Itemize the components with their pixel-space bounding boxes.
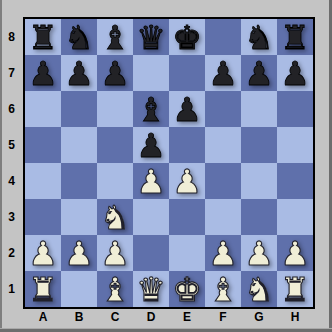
rank-label-2: 2 <box>0 235 23 271</box>
board: ♜♞♝♛♚♞♜♟♟♟♟♟♟♝♟♟♟♟♞♟♟♟♟♟♟♜♝♛♚♝♞♜ <box>25 19 313 307</box>
piece-black-pawn[interactable]: ♟ <box>133 127 169 163</box>
square-d6[interactable]: ♝ <box>133 91 169 127</box>
piece-black-rook[interactable]: ♜ <box>25 19 61 55</box>
piece-white-pawn[interactable]: ♟ <box>25 235 61 271</box>
square-f1[interactable]: ♝ <box>205 271 241 307</box>
rank-label-7: 7 <box>0 55 23 91</box>
file-label-d: D <box>133 308 169 328</box>
square-h5[interactable] <box>277 127 313 163</box>
square-h7[interactable]: ♟ <box>277 55 313 91</box>
board-frame: ♜♞♝♛♚♞♜♟♟♟♟♟♟♝♟♟♟♟♞♟♟♟♟♟♟♜♝♛♚♝♞♜ <box>23 17 315 309</box>
square-c7[interactable]: ♟ <box>97 55 133 91</box>
rank-label-8: 8 <box>0 19 23 55</box>
piece-black-bishop[interactable]: ♝ <box>97 19 133 55</box>
square-f6[interactable] <box>205 91 241 127</box>
square-b7[interactable]: ♟ <box>61 55 97 91</box>
square-d2[interactable] <box>133 235 169 271</box>
square-f3[interactable] <box>205 199 241 235</box>
file-label-b: B <box>61 308 97 328</box>
piece-black-pawn[interactable]: ♟ <box>277 55 313 91</box>
file-labels: ABCDEFGH <box>25 308 313 328</box>
file-label-h: H <box>277 308 313 328</box>
square-h3[interactable] <box>277 199 313 235</box>
square-b4[interactable] <box>61 163 97 199</box>
square-h4[interactable] <box>277 163 313 199</box>
square-a2[interactable]: ♟ <box>25 235 61 271</box>
square-h6[interactable] <box>277 91 313 127</box>
square-d7[interactable] <box>133 55 169 91</box>
piece-white-pawn[interactable]: ♟ <box>133 163 169 199</box>
square-a4[interactable] <box>25 163 61 199</box>
square-a5[interactable] <box>25 127 61 163</box>
piece-white-king[interactable]: ♚ <box>169 271 205 307</box>
piece-black-pawn[interactable]: ♟ <box>241 55 277 91</box>
rank-label-3: 3 <box>0 199 23 235</box>
square-c1[interactable]: ♝ <box>97 271 133 307</box>
square-c5[interactable] <box>97 127 133 163</box>
square-g7[interactable]: ♟ <box>241 55 277 91</box>
file-label-a: A <box>25 308 61 328</box>
square-d8[interactable]: ♛ <box>133 19 169 55</box>
file-label-f: F <box>205 308 241 328</box>
piece-white-pawn[interactable]: ♟ <box>61 235 97 271</box>
piece-white-knight[interactable]: ♞ <box>241 271 277 307</box>
panel-bevel-left <box>0 0 2 332</box>
square-f2[interactable]: ♟ <box>205 235 241 271</box>
square-e1[interactable]: ♚ <box>169 271 205 307</box>
square-b6[interactable] <box>61 91 97 127</box>
piece-white-pawn[interactable]: ♟ <box>169 163 205 199</box>
piece-black-pawn[interactable]: ♟ <box>61 55 97 91</box>
chessboard-panel: 87654321 ♜♞♝♛♚♞♜♟♟♟♟♟♟♝♟♟♟♟♞♟♟♟♟♟♟♜♝♛♚♝♞… <box>0 0 332 332</box>
piece-white-pawn[interactable]: ♟ <box>97 235 133 271</box>
square-d5[interactable]: ♟ <box>133 127 169 163</box>
square-f7[interactable]: ♟ <box>205 55 241 91</box>
square-b2[interactable]: ♟ <box>61 235 97 271</box>
square-h8[interactable]: ♜ <box>277 19 313 55</box>
rank-label-6: 6 <box>0 91 23 127</box>
piece-white-bishop[interactable]: ♝ <box>97 271 133 307</box>
square-g5[interactable] <box>241 127 277 163</box>
square-d4[interactable]: ♟ <box>133 163 169 199</box>
piece-white-rook[interactable]: ♜ <box>25 271 61 307</box>
square-c4[interactable] <box>97 163 133 199</box>
square-e3[interactable] <box>169 199 205 235</box>
piece-black-pawn[interactable]: ♟ <box>97 55 133 91</box>
file-label-g: G <box>241 308 277 328</box>
square-g1[interactable]: ♞ <box>241 271 277 307</box>
square-e4[interactable]: ♟ <box>169 163 205 199</box>
square-h1[interactable]: ♜ <box>277 271 313 307</box>
square-g8[interactable]: ♞ <box>241 19 277 55</box>
square-a8[interactable]: ♜ <box>25 19 61 55</box>
square-b5[interactable] <box>61 127 97 163</box>
piece-black-rook[interactable]: ♜ <box>277 19 313 55</box>
square-e2[interactable] <box>169 235 205 271</box>
square-e5[interactable] <box>169 127 205 163</box>
square-b1[interactable] <box>61 271 97 307</box>
square-f8[interactable] <box>205 19 241 55</box>
square-g4[interactable] <box>241 163 277 199</box>
file-label-e: E <box>169 308 205 328</box>
square-e8[interactable]: ♚ <box>169 19 205 55</box>
piece-black-bishop[interactable]: ♝ <box>133 91 169 127</box>
square-a7[interactable]: ♟ <box>25 55 61 91</box>
piece-white-knight[interactable]: ♞ <box>97 199 133 235</box>
square-c8[interactable]: ♝ <box>97 19 133 55</box>
file-label-c: C <box>97 308 133 328</box>
piece-white-pawn[interactable]: ♟ <box>205 235 241 271</box>
rank-label-4: 4 <box>0 163 23 199</box>
piece-white-bishop[interactable]: ♝ <box>205 271 241 307</box>
piece-black-knight[interactable]: ♞ <box>241 19 277 55</box>
square-d3[interactable] <box>133 199 169 235</box>
piece-white-pawn[interactable]: ♟ <box>241 235 277 271</box>
piece-black-king[interactable]: ♚ <box>169 19 205 55</box>
square-f4[interactable] <box>205 163 241 199</box>
square-e7[interactable] <box>169 55 205 91</box>
piece-black-pawn[interactable]: ♟ <box>169 91 205 127</box>
square-d1[interactable]: ♛ <box>133 271 169 307</box>
square-f5[interactable] <box>205 127 241 163</box>
piece-black-queen[interactable]: ♛ <box>133 19 169 55</box>
square-a1[interactable]: ♜ <box>25 271 61 307</box>
rank-label-1: 1 <box>0 271 23 307</box>
square-b3[interactable] <box>61 199 97 235</box>
piece-black-pawn[interactable]: ♟ <box>25 55 61 91</box>
square-h2[interactable]: ♟ <box>277 235 313 271</box>
rank-labels: 87654321 <box>0 19 23 307</box>
square-g2[interactable]: ♟ <box>241 235 277 271</box>
piece-white-queen[interactable]: ♛ <box>133 271 169 307</box>
square-a6[interactable] <box>25 91 61 127</box>
square-e6[interactable]: ♟ <box>169 91 205 127</box>
square-c3[interactable]: ♞ <box>97 199 133 235</box>
rank-label-5: 5 <box>0 127 23 163</box>
piece-white-rook[interactable]: ♜ <box>277 271 313 307</box>
piece-black-pawn[interactable]: ♟ <box>205 55 241 91</box>
piece-white-pawn[interactable]: ♟ <box>277 235 313 271</box>
piece-black-knight[interactable]: ♞ <box>61 19 97 55</box>
square-c2[interactable]: ♟ <box>97 235 133 271</box>
square-g3[interactable] <box>241 199 277 235</box>
square-b8[interactable]: ♞ <box>61 19 97 55</box>
square-c6[interactable] <box>97 91 133 127</box>
square-a3[interactable] <box>25 199 61 235</box>
square-g6[interactable] <box>241 91 277 127</box>
